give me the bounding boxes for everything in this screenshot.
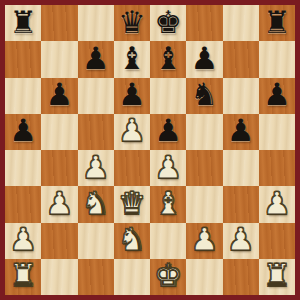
square-a6[interactable] — [5, 78, 41, 114]
piece-white-pawn-d5[interactable]: ♟ — [118, 115, 146, 146]
square-c6[interactable] — [78, 78, 114, 114]
square-c1[interactable] — [78, 259, 114, 295]
piece-black-pawn-b6[interactable]: ♟ — [45, 79, 73, 110]
piece-white-pawn-e4[interactable]: ♟ — [154, 152, 182, 183]
square-a3[interactable] — [5, 186, 41, 222]
square-a7[interactable] — [5, 41, 41, 77]
piece-white-bishop-e3[interactable]: ♝ — [154, 188, 182, 219]
square-a4[interactable] — [5, 150, 41, 186]
square-c7[interactable]: ♟ — [78, 41, 114, 77]
square-e6[interactable] — [150, 78, 186, 114]
square-b6[interactable]: ♟ — [41, 78, 77, 114]
piece-white-knight-d2[interactable]: ♞ — [118, 224, 146, 255]
square-c3[interactable]: ♞ — [78, 186, 114, 222]
piece-black-queen-d8[interactable]: ♛ — [118, 7, 146, 38]
square-g7[interactable] — [223, 41, 259, 77]
square-e2[interactable] — [150, 223, 186, 259]
square-g4[interactable] — [223, 150, 259, 186]
square-g6[interactable] — [223, 78, 259, 114]
piece-white-pawn-h3[interactable]: ♟ — [263, 188, 291, 219]
piece-white-pawn-b3[interactable]: ♟ — [45, 188, 73, 219]
square-d4[interactable] — [114, 150, 150, 186]
piece-black-bishop-e7[interactable]: ♝ — [154, 43, 182, 74]
square-a5[interactable]: ♟ — [5, 114, 41, 150]
square-f4[interactable] — [186, 150, 222, 186]
piece-white-knight-c3[interactable]: ♞ — [82, 188, 110, 219]
square-c5[interactable] — [78, 114, 114, 150]
square-f7[interactable]: ♟ — [186, 41, 222, 77]
piece-white-pawn-g2[interactable]: ♟ — [227, 224, 255, 255]
square-h1[interactable]: ♜ — [259, 259, 295, 295]
square-a2[interactable]: ♟ — [5, 223, 41, 259]
piece-black-pawn-c7[interactable]: ♟ — [82, 43, 110, 74]
piece-white-pawn-f2[interactable]: ♟ — [190, 224, 218, 255]
square-e8[interactable]: ♚ — [150, 5, 186, 41]
square-b4[interactable] — [41, 150, 77, 186]
square-g5[interactable]: ♟ — [223, 114, 259, 150]
square-d8[interactable]: ♛ — [114, 5, 150, 41]
piece-white-pawn-c4[interactable]: ♟ — [82, 152, 110, 183]
square-d6[interactable]: ♟ — [114, 78, 150, 114]
square-b2[interactable] — [41, 223, 77, 259]
square-b1[interactable] — [41, 259, 77, 295]
square-d5[interactable]: ♟ — [114, 114, 150, 150]
square-e3[interactable]: ♝ — [150, 186, 186, 222]
square-h3[interactable]: ♟ — [259, 186, 295, 222]
square-h7[interactable] — [259, 41, 295, 77]
square-g1[interactable] — [223, 259, 259, 295]
square-d2[interactable]: ♞ — [114, 223, 150, 259]
square-e7[interactable]: ♝ — [150, 41, 186, 77]
square-a1[interactable]: ♜ — [5, 259, 41, 295]
piece-black-pawn-g5[interactable]: ♟ — [227, 115, 255, 146]
piece-white-rook-h1[interactable]: ♜ — [263, 260, 291, 291]
square-b3[interactable]: ♟ — [41, 186, 77, 222]
piece-white-king-e1[interactable]: ♚ — [154, 260, 182, 291]
piece-black-pawn-h6[interactable]: ♟ — [263, 79, 291, 110]
square-g2[interactable]: ♟ — [223, 223, 259, 259]
piece-black-knight-f6[interactable]: ♞ — [190, 79, 218, 110]
chess-board: ♜♛♚♜♟♝♝♟♟♟♞♟♟♟♟♟♟♟♟♞♛♝♟♟♞♟♟♜♚♜ — [0, 0, 300, 300]
square-b7[interactable] — [41, 41, 77, 77]
square-g8[interactable] — [223, 5, 259, 41]
square-d7[interactable]: ♝ — [114, 41, 150, 77]
square-c4[interactable]: ♟ — [78, 150, 114, 186]
square-f5[interactable] — [186, 114, 222, 150]
piece-black-pawn-d6[interactable]: ♟ — [118, 79, 146, 110]
piece-black-rook-a8[interactable]: ♜ — [9, 7, 37, 38]
square-h5[interactable] — [259, 114, 295, 150]
square-a8[interactable]: ♜ — [5, 5, 41, 41]
piece-white-queen-d3[interactable]: ♛ — [118, 188, 146, 219]
piece-black-pawn-a5[interactable]: ♟ — [9, 115, 37, 146]
piece-white-pawn-a2[interactable]: ♟ — [9, 224, 37, 255]
square-b5[interactable] — [41, 114, 77, 150]
piece-black-bishop-d7[interactable]: ♝ — [118, 43, 146, 74]
square-f3[interactable] — [186, 186, 222, 222]
square-f2[interactable]: ♟ — [186, 223, 222, 259]
square-e4[interactable]: ♟ — [150, 150, 186, 186]
square-c8[interactable] — [78, 5, 114, 41]
square-h2[interactable] — [259, 223, 295, 259]
square-c2[interactable] — [78, 223, 114, 259]
square-g3[interactable] — [223, 186, 259, 222]
square-e1[interactable]: ♚ — [150, 259, 186, 295]
square-d3[interactable]: ♛ — [114, 186, 150, 222]
piece-black-rook-h8[interactable]: ♜ — [263, 7, 291, 38]
piece-white-rook-a1[interactable]: ♜ — [9, 260, 37, 291]
square-b8[interactable] — [41, 5, 77, 41]
square-e5[interactable]: ♟ — [150, 114, 186, 150]
square-d1[interactable] — [114, 259, 150, 295]
square-f8[interactable] — [186, 5, 222, 41]
piece-black-pawn-e5[interactable]: ♟ — [154, 115, 182, 146]
square-h4[interactable] — [259, 150, 295, 186]
square-h6[interactable]: ♟ — [259, 78, 295, 114]
piece-black-king-e8[interactable]: ♚ — [154, 7, 182, 38]
square-f1[interactable] — [186, 259, 222, 295]
piece-black-pawn-f7[interactable]: ♟ — [190, 43, 218, 74]
square-h8[interactable]: ♜ — [259, 5, 295, 41]
square-f6[interactable]: ♞ — [186, 78, 222, 114]
